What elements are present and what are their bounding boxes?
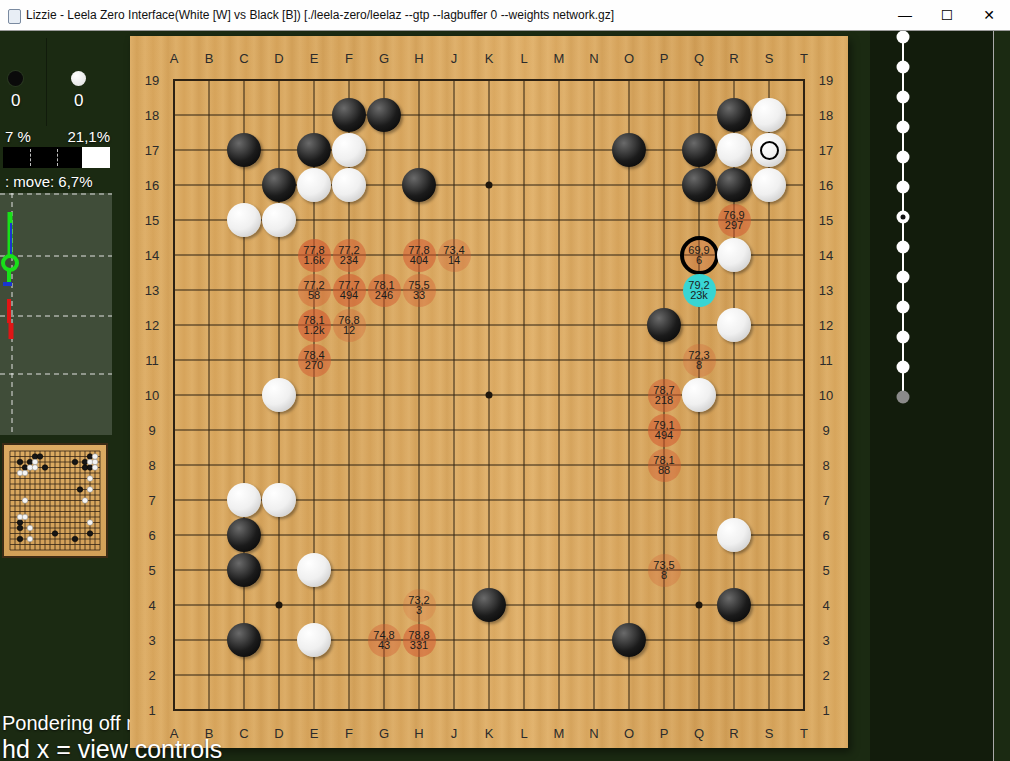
board-coord-label: A	[170, 51, 179, 66]
board-coord-label: C	[239, 726, 248, 741]
board-coord-label: 4	[148, 598, 155, 613]
move-dot[interactable]	[897, 31, 910, 44]
candidate-visits: 218	[655, 395, 673, 405]
close-button[interactable]: ✕	[968, 0, 1010, 30]
stone-black-O17	[612, 133, 646, 167]
board-coord-label: P	[660, 726, 669, 741]
board-coord-label: R	[729, 51, 738, 66]
stone-black-Q17	[682, 133, 716, 167]
candidate-visits: 8	[696, 360, 702, 370]
board-coord-label: 9	[822, 423, 829, 438]
board-coord-label: 13	[819, 283, 833, 298]
board-coord-label: D	[274, 726, 283, 741]
winrate-graph-canvas	[0, 193, 112, 435]
winrate-bar	[3, 147, 110, 168]
candidate-visits: 297	[725, 220, 743, 230]
candidate-move-H13[interactable]: 75,533	[403, 274, 436, 307]
stone-white-E5	[297, 553, 331, 587]
candidate-move-E12[interactable]: 78,11.2k	[298, 309, 331, 342]
candidate-visits: 3	[416, 605, 422, 615]
stone-black-F18	[332, 98, 366, 132]
board-coord-label: 2	[822, 668, 829, 683]
stone-white-E16	[297, 168, 331, 202]
board-coord-label: M	[554, 726, 565, 741]
stone-black-O3	[612, 623, 646, 657]
move-dot[interactable]	[897, 241, 910, 254]
board-coord-label: D	[274, 51, 283, 66]
candidate-visits: 58	[308, 290, 320, 300]
board-coord-label: 12	[819, 318, 833, 333]
board-coord-label: 19	[819, 73, 833, 88]
candidate-move-Q13[interactable]: 79,223k	[683, 274, 716, 307]
board-coord-label: 8	[148, 458, 155, 473]
candidate-move-F14[interactable]: 77,2234	[333, 239, 366, 272]
stone-white-F16	[332, 168, 366, 202]
stone-white-Q10	[682, 378, 716, 412]
black-stone-icon	[8, 71, 23, 86]
board-coord-label: M	[554, 51, 565, 66]
candidate-visits: 23k	[690, 290, 708, 300]
stone-white-R14	[717, 238, 751, 272]
board-coord-label: H	[414, 51, 423, 66]
candidate-visits: 8	[661, 570, 667, 580]
board-coord-label: 4	[822, 598, 829, 613]
board-coord-label: T	[800, 726, 808, 741]
board-coord-label: F	[345, 726, 353, 741]
candidate-visits: 1.2k	[304, 325, 325, 335]
board-coord-label: H	[414, 726, 423, 741]
board-coord-label: 1	[148, 703, 155, 718]
board-coord-label: 16	[145, 178, 159, 193]
board-coord-label: 7	[148, 493, 155, 508]
board-coord-label: 18	[145, 108, 159, 123]
candidate-move-H14[interactable]: 77,8404	[403, 239, 436, 272]
stone-white-F17	[332, 133, 366, 167]
stone-black-Q16	[682, 168, 716, 202]
stone-black-K4	[472, 588, 506, 622]
winrate-bar-tick	[30, 149, 31, 166]
stone-white-C7	[227, 483, 261, 517]
board-coord-label: P	[660, 51, 669, 66]
candidate-visits: 234	[340, 255, 358, 265]
move-tree-canvas	[870, 30, 993, 761]
stone-white-S17	[752, 133, 786, 167]
board-coord-label: 10	[819, 388, 833, 403]
board-coord-label: 19	[145, 73, 159, 88]
stone-white-S16	[752, 168, 786, 202]
go-board[interactable]: AABBCCDDEEFFGGHHJJKKLLMMNNOOPPQQRRSSTT19…	[130, 36, 848, 748]
candidate-visits: 494	[340, 290, 358, 300]
stone-white-D15	[262, 203, 296, 237]
candidate-visits: 246	[375, 290, 393, 300]
candidate-move-P10[interactable]: 78,7218	[648, 379, 681, 412]
black-captures-count: 0	[11, 91, 20, 111]
board-coord-label: O	[624, 726, 634, 741]
board-coord-label: L	[520, 51, 527, 66]
board-coord-label: 16	[819, 178, 833, 193]
white-winrate-label: 21,1%	[67, 128, 110, 145]
board-coord-label: B	[205, 51, 214, 66]
candidate-visits: 14	[448, 255, 460, 265]
board-coord-label: G	[379, 51, 389, 66]
board-coord-label: 1	[822, 703, 829, 718]
maximize-button[interactable]: ☐	[926, 0, 968, 30]
board-coord-label: K	[485, 726, 494, 741]
sub-board-grid	[4, 445, 106, 556]
candidate-move-Q11[interactable]: 72,38	[683, 344, 716, 377]
status-line-controls: hd x = view controls	[2, 735, 222, 761]
board-coord-label: J	[451, 726, 458, 741]
move-dot[interactable]	[897, 61, 910, 74]
stone-black-D16	[262, 168, 296, 202]
candidate-visits: 494	[655, 430, 673, 440]
stone-white-R17	[717, 133, 751, 167]
move-dot[interactable]	[897, 151, 910, 164]
stone-white-D10	[262, 378, 296, 412]
board-coord-label: 10	[145, 388, 159, 403]
board-coord-label: E	[310, 51, 319, 66]
board-coord-label: 17	[145, 143, 159, 158]
winrate-bar-white-segment	[82, 147, 110, 168]
board-coord-label: T	[800, 51, 808, 66]
candidate-visits: 1.6k	[304, 255, 325, 265]
white-captures-count: 0	[74, 91, 83, 111]
candidate-visits: 33	[413, 290, 425, 300]
board-coord-label: N	[589, 51, 598, 66]
board-coord-label: 14	[145, 248, 159, 263]
winrate-bar-tick	[83, 149, 84, 166]
stone-black-C3	[227, 623, 261, 657]
candidate-move-P9[interactable]: 79,1494	[648, 414, 681, 447]
candidate-move-G3[interactable]: 74,843	[368, 624, 401, 657]
move-dot[interactable]	[897, 331, 910, 344]
stone-black-R18	[717, 98, 751, 132]
board-coord-label: 8	[822, 458, 829, 473]
stone-black-H16	[402, 168, 436, 202]
stone-black-C17	[227, 133, 261, 167]
candidate-move-H3[interactable]: 78,8331	[403, 624, 436, 657]
move-dot[interactable]	[897, 121, 910, 134]
stone-black-P12	[647, 308, 681, 342]
winrate-panel: 7 % 21,1% : move: 6,7%	[0, 128, 120, 192]
candidate-visits: 404	[410, 255, 428, 265]
board-coord-label: 14	[819, 248, 833, 263]
sub-board-thumbnail	[2, 443, 108, 558]
candidate-move-P8[interactable]: 78,188	[648, 449, 681, 482]
captures-panel: 0 0	[0, 34, 120, 130]
app-icon	[8, 9, 21, 24]
stone-black-C6	[227, 518, 261, 552]
stone-black-E17	[297, 133, 331, 167]
candidate-visits: 43	[378, 640, 390, 650]
board-coord-label: S	[765, 51, 774, 66]
board-coord-label: 6	[148, 528, 155, 543]
candidate-move-E13[interactable]: 77,258	[298, 274, 331, 307]
board-coord-label: 11	[145, 353, 159, 368]
candidate-move-J14[interactable]: 73,414	[438, 239, 471, 272]
status-line-pondering: Pondering off n	[2, 712, 131, 735]
candidate-move-Q14[interactable]: 69,96	[680, 236, 719, 275]
board-coord-label: 11	[819, 353, 833, 368]
board-coord-label: S	[765, 726, 774, 741]
candidate-move-F13[interactable]: 77,7494	[333, 274, 366, 307]
move-tree-panel[interactable]	[870, 30, 994, 761]
board-coord-label: 12	[145, 318, 159, 333]
board-coord-label: G	[379, 726, 389, 741]
last-move-delta-label: : move: 6,7%	[5, 173, 93, 190]
board-coord-label: E	[310, 726, 319, 741]
last-move-marker	[760, 141, 779, 160]
board-coord-label: 5	[822, 563, 829, 578]
candidate-visits: 6	[696, 255, 702, 265]
black-winrate-label: 7 %	[5, 128, 31, 145]
stone-white-S18	[752, 98, 786, 132]
board-coord-label: 18	[819, 108, 833, 123]
board-coord-label: 7	[822, 493, 829, 508]
winrate-bar-tick	[57, 149, 58, 166]
stone-white-E3	[297, 623, 331, 657]
stone-white-R6	[717, 518, 751, 552]
board-coord-label: 6	[822, 528, 829, 543]
board-coord-label: 13	[145, 283, 159, 298]
move-dot[interactable]	[897, 361, 910, 374]
stone-white-C15	[227, 203, 261, 237]
current-move-dot-center	[901, 215, 906, 220]
move-dot[interactable]	[897, 271, 910, 284]
candidate-move-P5[interactable]: 73,58	[648, 554, 681, 587]
stone-black-C5	[227, 553, 261, 587]
move-dot[interactable]	[897, 301, 910, 314]
candidate-move-E11[interactable]: 78,4270	[298, 344, 331, 377]
board-coord-label: 15	[145, 213, 159, 228]
stone-white-R12	[717, 308, 751, 342]
candidate-move-H4[interactable]: 73,23	[403, 589, 436, 622]
candidate-move-G13[interactable]: 78,1246	[368, 274, 401, 307]
stone-black-R4	[717, 588, 751, 622]
board-coord-label: 5	[148, 563, 155, 578]
board-coord-label: Q	[694, 51, 704, 66]
window-title: Lizzie - Leela Zero Interface(White [W] …	[26, 8, 614, 22]
captures-divider	[46, 38, 47, 126]
candidate-move-F12[interactable]: 76,812	[333, 309, 366, 342]
board-coord-label: R	[729, 726, 738, 741]
board-coord-label: J	[451, 51, 458, 66]
move-dot-pending[interactable]	[897, 391, 910, 404]
board-coord-label: 3	[822, 633, 829, 648]
white-stone-icon	[71, 71, 86, 86]
board-coord-label: 17	[819, 143, 833, 158]
board-coord-label: 2	[148, 668, 155, 683]
move-dot[interactable]	[897, 181, 910, 194]
candidate-visits: 12	[343, 325, 355, 335]
board-coord-label: N	[589, 726, 598, 741]
stone-white-D7	[262, 483, 296, 517]
minimize-button[interactable]: —	[884, 0, 926, 30]
board-coord-label: F	[345, 51, 353, 66]
title-bar: Lizzie - Leela Zero Interface(White [W] …	[0, 0, 1010, 31]
candidate-move-E14[interactable]: 77,81.6k	[298, 239, 331, 272]
stone-black-R16	[717, 168, 751, 202]
board-coord-label: 3	[148, 633, 155, 648]
candidate-move-R15[interactable]: 76,9297	[718, 204, 751, 237]
candidate-visits: 88	[658, 465, 670, 475]
board-coord-label: L	[520, 726, 527, 741]
stone-black-G18	[367, 98, 401, 132]
winrate-graph[interactable]	[0, 193, 112, 435]
board-coord-label: 15	[819, 213, 833, 228]
candidate-visits: 270	[305, 360, 323, 370]
candidate-visits: 331	[410, 640, 428, 650]
board-coord-label: C	[239, 51, 248, 66]
board-coord-label: K	[485, 51, 494, 66]
board-coord-label: O	[624, 51, 634, 66]
board-coord-label: Q	[694, 726, 704, 741]
move-dot[interactable]	[897, 91, 910, 104]
board-coord-label: 9	[148, 423, 155, 438]
